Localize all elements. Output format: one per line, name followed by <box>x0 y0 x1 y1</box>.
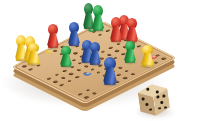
product-photo-stage <box>0 0 200 121</box>
peg-body <box>89 50 101 65</box>
peg-body <box>68 31 80 46</box>
board-hole <box>68 73 74 76</box>
board-hole <box>74 76 80 79</box>
peg-body <box>141 53 154 67</box>
die-pip <box>156 90 159 93</box>
board-hole <box>67 80 73 83</box>
board-hole <box>100 50 106 53</box>
board-hole <box>117 67 123 70</box>
peg-body <box>27 51 40 65</box>
board-hole <box>122 77 128 80</box>
die-pip <box>141 98 144 101</box>
die-pip <box>160 101 163 104</box>
peg-green[interactable] <box>124 41 136 63</box>
board-hole <box>91 92 97 95</box>
peg-red[interactable] <box>126 18 138 42</box>
board-hole <box>73 52 79 55</box>
peg-red[interactable] <box>47 24 59 48</box>
board-hole <box>28 68 34 71</box>
board-hole <box>108 46 114 49</box>
peg-body <box>47 33 59 48</box>
peg-body <box>60 54 72 67</box>
peg-yellow[interactable] <box>27 43 40 65</box>
peg-blue[interactable] <box>103 57 117 85</box>
board-hole <box>97 33 103 36</box>
board-hole <box>96 71 102 74</box>
peg-yellow[interactable] <box>141 45 154 67</box>
peg-body <box>126 27 138 42</box>
peg-body <box>103 67 117 85</box>
board-hole <box>53 80 59 83</box>
board-hole <box>85 89 91 92</box>
wooden-die[interactable] <box>135 82 173 120</box>
die-pip <box>146 88 149 91</box>
peg-body <box>110 26 122 42</box>
board-hole <box>62 70 68 73</box>
board-hole <box>59 83 65 86</box>
board-hole <box>47 77 53 80</box>
board-hole <box>60 76 66 79</box>
peg-green[interactable] <box>60 46 72 67</box>
board-hole <box>84 96 90 99</box>
die-pip <box>145 103 148 106</box>
die-pip <box>156 96 159 99</box>
board-hole <box>124 70 130 73</box>
peg-red[interactable] <box>110 17 122 42</box>
peg-green[interactable] <box>92 5 104 31</box>
board-hole <box>54 73 60 76</box>
board-hole <box>130 73 136 76</box>
board-hole <box>77 93 83 96</box>
peg-body <box>124 49 136 63</box>
board-hole <box>114 50 120 53</box>
board-hole <box>107 53 113 56</box>
peg-blue[interactable] <box>89 42 101 65</box>
board-hole <box>76 69 82 72</box>
board-hole <box>90 68 96 71</box>
peg-blue[interactable] <box>68 22 80 46</box>
board-hole <box>161 57 167 60</box>
peg-body <box>92 14 104 31</box>
